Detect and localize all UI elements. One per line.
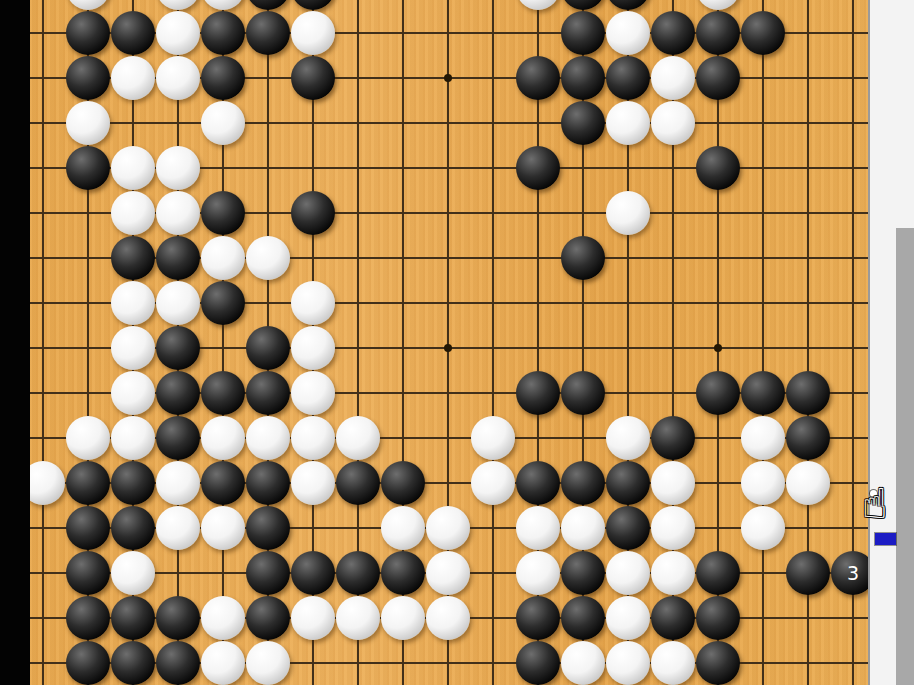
grid-vline <box>492 0 494 685</box>
right-window-edge <box>896 228 914 685</box>
white-stone <box>561 506 605 550</box>
white-stone <box>381 596 425 640</box>
white-stone <box>651 461 695 505</box>
cursor-blue-cuff <box>875 533 896 545</box>
black-stone <box>291 551 335 595</box>
white-stone <box>246 416 290 460</box>
black-stone <box>111 11 155 55</box>
black-stone <box>561 551 605 595</box>
white-stone <box>741 461 785 505</box>
white-stone <box>291 281 335 325</box>
white-stone <box>291 11 335 55</box>
white-stone <box>471 461 515 505</box>
black-stone <box>606 461 650 505</box>
black-stone <box>66 146 110 190</box>
black-stone <box>651 596 695 640</box>
white-stone <box>201 641 245 685</box>
white-stone <box>651 506 695 550</box>
black-stone <box>156 236 200 280</box>
white-stone <box>381 506 425 550</box>
black-stone <box>66 11 110 55</box>
black-stone <box>381 461 425 505</box>
pointing-hand-icon: ☝ <box>862 480 888 528</box>
white-stone <box>156 506 200 550</box>
black-stone <box>516 641 560 685</box>
black-stone <box>156 641 200 685</box>
black-stone <box>246 551 290 595</box>
black-stone <box>786 416 830 460</box>
white-stone <box>606 641 650 685</box>
white-stone <box>156 461 200 505</box>
white-stone <box>66 101 110 145</box>
black-stone <box>66 461 110 505</box>
white-stone <box>291 371 335 415</box>
black-stone <box>156 326 200 370</box>
white-stone <box>606 191 650 235</box>
black-stone <box>291 56 335 100</box>
black-stone <box>201 11 245 55</box>
white-stone <box>426 551 470 595</box>
white-stone <box>111 416 155 460</box>
black-stone <box>651 11 695 55</box>
star-point <box>444 344 452 352</box>
white-stone <box>111 146 155 190</box>
black-stone <box>696 56 740 100</box>
black-stone <box>381 551 425 595</box>
white-stone <box>111 371 155 415</box>
black-stone <box>246 371 290 415</box>
black-stone <box>246 506 290 550</box>
black-stone <box>561 596 605 640</box>
black-stone <box>696 146 740 190</box>
black-stone <box>291 191 335 235</box>
black-stone <box>516 146 560 190</box>
white-stone <box>201 416 245 460</box>
black-stone <box>66 551 110 595</box>
black-stone <box>741 11 785 55</box>
white-stone <box>606 101 650 145</box>
black-stone <box>156 416 200 460</box>
grid-vline <box>42 0 44 685</box>
black-stone <box>336 551 380 595</box>
white-stone <box>291 416 335 460</box>
black-stone <box>246 461 290 505</box>
black-stone <box>561 11 605 55</box>
white-stone <box>336 416 380 460</box>
black-stone <box>516 56 560 100</box>
white-stone <box>201 101 245 145</box>
black-stone <box>201 191 245 235</box>
white-stone <box>606 416 650 460</box>
white-stone <box>66 416 110 460</box>
white-stone <box>741 506 785 550</box>
star-point <box>714 344 722 352</box>
black-stone <box>111 506 155 550</box>
black-stone <box>786 371 830 415</box>
white-stone <box>156 56 200 100</box>
black-stone <box>111 461 155 505</box>
black-stone <box>696 371 740 415</box>
black-stone <box>696 641 740 685</box>
black-stone <box>246 596 290 640</box>
white-stone <box>156 146 200 190</box>
black-stone <box>111 236 155 280</box>
black-stone <box>516 461 560 505</box>
white-stone <box>786 461 830 505</box>
go-app-window: 3 ☝ <box>0 0 914 685</box>
black-stone <box>786 551 830 595</box>
white-stone <box>111 281 155 325</box>
white-stone <box>111 326 155 370</box>
white-stone <box>201 236 245 280</box>
left-letterbox-bar <box>0 0 30 685</box>
black-stone <box>336 461 380 505</box>
white-stone <box>111 551 155 595</box>
white-stone <box>651 551 695 595</box>
black-stone <box>561 371 605 415</box>
black-stone <box>561 236 605 280</box>
black-stone <box>156 371 200 415</box>
black-stone <box>66 506 110 550</box>
white-stone <box>516 506 560 550</box>
white-stone <box>111 56 155 100</box>
white-stone <box>156 11 200 55</box>
black-stone <box>696 596 740 640</box>
white-stone <box>291 326 335 370</box>
black-stone <box>561 56 605 100</box>
black-stone <box>561 101 605 145</box>
black-stone <box>66 596 110 640</box>
white-stone <box>651 641 695 685</box>
white-stone <box>291 461 335 505</box>
black-stone <box>516 371 560 415</box>
white-stone <box>426 596 470 640</box>
white-stone <box>156 281 200 325</box>
white-stone <box>426 506 470 550</box>
black-stone <box>201 56 245 100</box>
white-stone <box>111 191 155 235</box>
black-stone <box>201 461 245 505</box>
black-stone <box>516 596 560 640</box>
white-stone <box>336 596 380 640</box>
white-stone <box>516 551 560 595</box>
white-stone <box>246 236 290 280</box>
black-stone <box>111 641 155 685</box>
black-stone <box>246 11 290 55</box>
black-stone <box>201 281 245 325</box>
star-point <box>444 74 452 82</box>
black-stone <box>561 461 605 505</box>
black-stone <box>696 11 740 55</box>
white-stone <box>471 416 515 460</box>
black-stone <box>66 641 110 685</box>
hand-cursor-icon: ☝ <box>858 478 910 552</box>
white-stone <box>606 596 650 640</box>
black-stone <box>201 371 245 415</box>
white-stone <box>606 551 650 595</box>
black-stone <box>156 596 200 640</box>
black-stone <box>606 506 650 550</box>
white-stone <box>156 191 200 235</box>
black-stone <box>246 326 290 370</box>
white-stone <box>246 641 290 685</box>
white-stone <box>651 101 695 145</box>
black-stone <box>66 56 110 100</box>
black-stone <box>741 371 785 415</box>
white-stone <box>561 641 605 685</box>
black-stone <box>696 551 740 595</box>
white-stone <box>606 11 650 55</box>
white-stone <box>291 596 335 640</box>
white-stone <box>201 596 245 640</box>
white-stone <box>201 506 245 550</box>
black-stone <box>111 596 155 640</box>
white-stone <box>651 56 695 100</box>
black-stone <box>606 56 650 100</box>
white-stone <box>741 416 785 460</box>
black-stone <box>651 416 695 460</box>
grid-vline <box>762 0 764 685</box>
